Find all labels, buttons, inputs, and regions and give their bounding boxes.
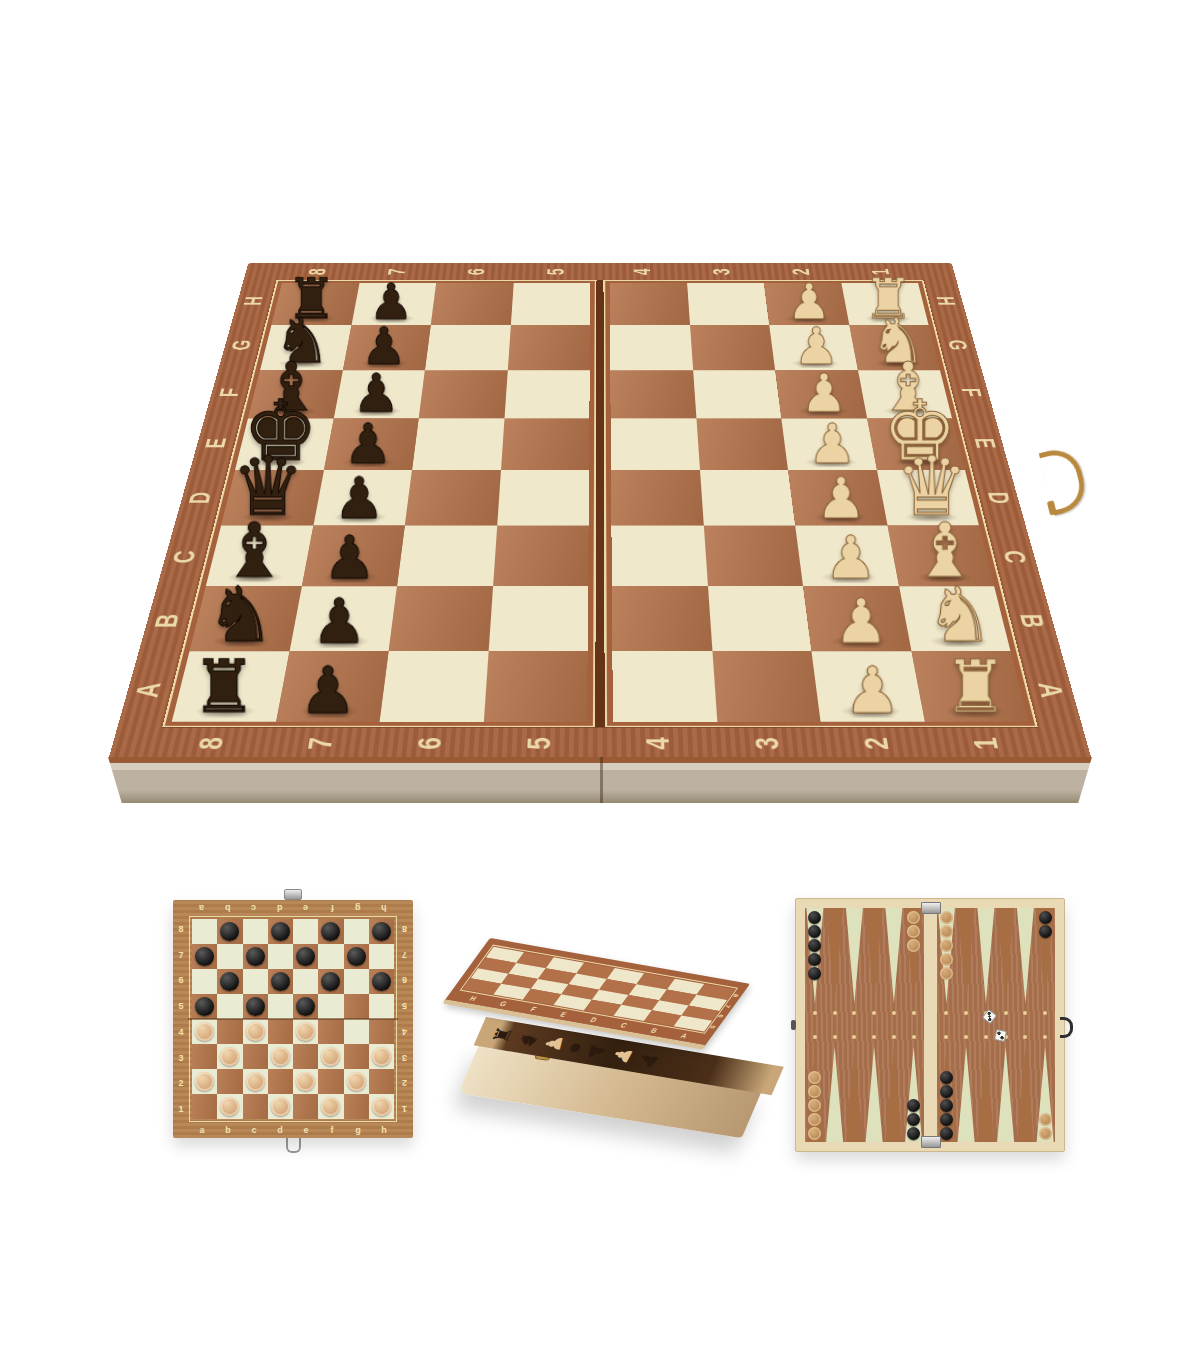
backgammon-checker-black bbox=[940, 1085, 953, 1098]
checkers-square-c8 bbox=[243, 919, 268, 944]
backgammon-checker-black bbox=[940, 1127, 953, 1140]
file-label-left-G: G bbox=[227, 340, 258, 350]
checkers-square-d8 bbox=[268, 919, 293, 944]
backgammon-stack-black-left-top-point1 bbox=[805, 910, 825, 980]
checkers-square-h2 bbox=[369, 1069, 394, 1094]
checkers-square-h5 bbox=[369, 994, 394, 1019]
loose-light-pawn: ♟ bbox=[541, 1035, 566, 1052]
checkers-square-a2 bbox=[192, 1069, 217, 1094]
lid-number-7: 7 bbox=[724, 1004, 732, 1008]
checkers-number-left-7: 7 bbox=[178, 950, 183, 960]
rank-label-bottom-5: 5 bbox=[522, 737, 559, 749]
rank-label-bottom-3: 3 bbox=[750, 737, 788, 749]
chess-piece-black-pawn-e7: ♟ bbox=[344, 417, 393, 472]
chess-piece-black-pawn-d7: ♟ bbox=[334, 470, 385, 527]
backgammon-point-left-bottom-2 bbox=[825, 1044, 845, 1142]
square-d2: ♟ bbox=[788, 470, 887, 526]
checkers-number-right-7: 7 bbox=[402, 950, 407, 960]
square-b5 bbox=[488, 586, 588, 651]
file-label-left-A: A bbox=[130, 683, 170, 698]
checkers-number-left-8: 8 bbox=[178, 924, 183, 934]
checkers-square-b8 bbox=[217, 919, 242, 944]
lid-number-5: 5 bbox=[709, 1025, 717, 1029]
square-g4 bbox=[610, 325, 693, 370]
checkers-square-b7 bbox=[217, 944, 242, 969]
loose-dark-knight: ♞ bbox=[514, 1027, 542, 1052]
checker-black-b6 bbox=[220, 972, 239, 991]
backgammon-right-half bbox=[937, 908, 1056, 1142]
checker-light-h1 bbox=[372, 1097, 391, 1116]
checkers-number-left-2: 2 bbox=[178, 1078, 183, 1088]
checkers-square-g5 bbox=[344, 994, 369, 1019]
checkers-square-g1 bbox=[344, 1094, 369, 1119]
square-a5 bbox=[483, 651, 587, 722]
chess-piece-white-rook-a1: ♜ bbox=[943, 651, 1008, 724]
backgammon-point-left-top-5 bbox=[884, 908, 904, 1006]
backgammon-stack-tan-right-top-point1 bbox=[937, 910, 957, 980]
file-label-right-C: C bbox=[996, 550, 1032, 563]
chess-playing-area: ♜♟♞♟♝♟♚♟♛♟♝♟♞♟♜♟ ♟♜♟♞♟♝♟♚♟♛♟♝♟♞♟♜ bbox=[162, 280, 1038, 727]
square-e4 bbox=[611, 418, 700, 470]
chess-piece-black-pawn-c7: ♟ bbox=[323, 528, 376, 587]
square-a7: ♟ bbox=[276, 651, 389, 722]
square-a2: ♟ bbox=[811, 651, 924, 722]
chess-piece-white-pawn-d2: ♟ bbox=[815, 470, 866, 527]
square-h6 bbox=[431, 283, 514, 325]
checkers-square-e7 bbox=[293, 944, 318, 969]
checkers-square-e1 bbox=[293, 1094, 318, 1119]
lid-letter-E: E bbox=[559, 1010, 568, 1017]
backgammon-stack-tan-right-bottom-point6 bbox=[1035, 1112, 1055, 1140]
checkers-square-f4 bbox=[318, 1019, 343, 1044]
checkers-square-g2 bbox=[344, 1069, 369, 1094]
backgammon-point-right-bottom-4 bbox=[996, 1044, 1016, 1142]
checkers-square-b3 bbox=[217, 1044, 242, 1069]
checker-light-c2 bbox=[246, 1072, 265, 1091]
metal-hinge-icon bbox=[921, 1136, 941, 1148]
square-f6 bbox=[419, 370, 508, 418]
backgammon-checker-black bbox=[907, 1113, 920, 1126]
rank-label-top-6: 6 bbox=[464, 268, 491, 275]
checkers-letter-bottom-e: e bbox=[303, 1125, 308, 1135]
checkers-square-f1 bbox=[318, 1094, 343, 1119]
backgammon-checker-tan bbox=[940, 925, 953, 938]
checkers-square-d6 bbox=[268, 969, 293, 994]
square-d5 bbox=[497, 470, 589, 526]
checkers-number-left-4: 4 bbox=[178, 1027, 183, 1037]
checkers-square-f8 bbox=[318, 919, 343, 944]
backgammon-checker-tan bbox=[940, 939, 953, 952]
backgammon-point-right-top-3 bbox=[976, 908, 996, 1006]
rank-label-bottom-2: 2 bbox=[859, 737, 898, 749]
checkers-board: abcdefgh abcdefgh 87654321 87654321 bbox=[173, 900, 413, 1138]
checker-light-h3 bbox=[372, 1047, 391, 1066]
square-e6 bbox=[412, 418, 504, 470]
page: { "page": { "background_color": "#ffffff… bbox=[0, 0, 1200, 1372]
backgammon-checker-tan bbox=[907, 939, 920, 952]
backgammon-checker-tan bbox=[808, 1085, 821, 1098]
square-b6 bbox=[389, 586, 493, 651]
checkers-letter-bottom-d: d bbox=[277, 1125, 283, 1135]
backgammon-checker-black bbox=[808, 953, 821, 966]
metal-hinge-icon bbox=[284, 889, 302, 900]
checkers-playing-area bbox=[189, 916, 397, 1122]
backgammon-point-left-top-2 bbox=[825, 908, 845, 1006]
chess-piece-white-pawn-c2: ♟ bbox=[824, 528, 877, 587]
checkers-letter-bottom-c: c bbox=[251, 1125, 256, 1135]
chess-piece-white-knight-b1: ♞ bbox=[926, 577, 994, 653]
square-h3 bbox=[687, 283, 770, 325]
checkers-letters-bottom: abcdefgh bbox=[189, 1124, 397, 1136]
checkers-square-f7 bbox=[318, 944, 343, 969]
file-label-right-G: G bbox=[942, 340, 973, 350]
lid-letter-G: G bbox=[499, 1000, 509, 1007]
backgammon-stack-black-right-bottom-point1 bbox=[937, 1070, 957, 1140]
metal-hinge-icon bbox=[921, 902, 941, 914]
checkers-square-a4 bbox=[192, 1019, 217, 1044]
checker-black-d6 bbox=[271, 972, 290, 991]
square-g5 bbox=[507, 325, 590, 370]
checkers-square-g3 bbox=[344, 1044, 369, 1069]
checker-black-e7 bbox=[296, 947, 315, 966]
checkers-square-c1 bbox=[243, 1094, 268, 1119]
checkers-square-e5 bbox=[293, 994, 318, 1019]
checkers-letter-top-e: e bbox=[303, 903, 308, 913]
die-showing-2 bbox=[994, 1029, 1007, 1042]
backgammon-checker-black bbox=[808, 939, 821, 952]
rank-label-top-3: 3 bbox=[709, 268, 736, 275]
checkers-letter-bottom-f: f bbox=[331, 1125, 334, 1135]
checkers-letter-top-h: h bbox=[381, 903, 387, 913]
checkers-number-right-8: 8 bbox=[402, 924, 407, 934]
file-label-right-E: E bbox=[967, 438, 1000, 448]
backgammon-stack-black-left-bottom-point6 bbox=[904, 1098, 924, 1140]
chess-board: 87654321 87654321 HGFEDCBA HGFEDCBA ♜♟♞♟… bbox=[108, 263, 1091, 759]
file-label-left-E: E bbox=[200, 438, 233, 448]
checker-light-e2 bbox=[296, 1072, 315, 1091]
backgammon-bar bbox=[924, 908, 937, 1142]
brass-clasp-icon bbox=[1039, 444, 1090, 515]
checkers-square-b1 bbox=[217, 1094, 242, 1119]
checker-black-b8 bbox=[220, 922, 239, 941]
backgammon-point-left-bottom-5 bbox=[884, 1044, 904, 1142]
checkers-square-a1 bbox=[192, 1094, 217, 1119]
file-label-right-A: A bbox=[1030, 683, 1070, 698]
checkers-numbers-right: 87654321 bbox=[399, 916, 411, 1122]
checkers-square-a3 bbox=[192, 1044, 217, 1069]
point-tip-dots bbox=[805, 1011, 924, 1015]
checkers-letter-bottom-h: h bbox=[381, 1125, 387, 1135]
checkers-square-d4 bbox=[268, 1019, 293, 1044]
square-c3 bbox=[703, 526, 803, 586]
square-b3 bbox=[707, 586, 811, 651]
backgammon-point-left-top-3 bbox=[845, 908, 865, 1006]
square-c2: ♟ bbox=[795, 526, 898, 586]
backgammon-point-right-top-5 bbox=[1016, 908, 1036, 1006]
square-b8: ♞ bbox=[190, 586, 302, 651]
file-label-right-B: B bbox=[1013, 614, 1051, 628]
checker-light-b1 bbox=[220, 1097, 239, 1116]
checkers-square-a8 bbox=[192, 919, 217, 944]
lid-letter-A: A bbox=[680, 1032, 690, 1039]
file-label-right-F: F bbox=[954, 388, 986, 397]
checkers-square-e8 bbox=[293, 919, 318, 944]
checkers-square-f2 bbox=[318, 1069, 343, 1094]
checker-black-d8 bbox=[271, 922, 290, 941]
backgammon-checker-tan bbox=[907, 911, 920, 924]
backgammon-point-left-bottom-3 bbox=[845, 1044, 865, 1142]
checkers-number-right-2: 2 bbox=[402, 1078, 407, 1088]
checker-light-b3 bbox=[220, 1047, 239, 1066]
backgammon-point-right-bottom-2 bbox=[956, 1044, 976, 1142]
file-label-left-H: H bbox=[240, 296, 270, 305]
checkers-number-left-6: 6 bbox=[178, 975, 183, 985]
checker-black-c7 bbox=[246, 947, 265, 966]
checkers-square-d3 bbox=[268, 1044, 293, 1069]
checkers-square-g7 bbox=[344, 944, 369, 969]
checker-black-h8 bbox=[372, 922, 391, 941]
backgammon-point-right-top-4 bbox=[996, 908, 1016, 1006]
checkers-square-h3 bbox=[369, 1044, 394, 1069]
backgammon-checker-black bbox=[907, 1099, 920, 1112]
rank-label-top-5: 5 bbox=[543, 268, 570, 275]
backgammon-checker-black bbox=[808, 925, 821, 938]
square-a1: ♜ bbox=[911, 651, 1028, 722]
checker-black-e5 bbox=[296, 997, 315, 1016]
chess-piece-black-rook-a8: ♜ bbox=[192, 651, 257, 724]
checkers-letter-top-b: b bbox=[225, 903, 231, 913]
lid-letter-D: D bbox=[589, 1016, 599, 1023]
checkers-square-c3 bbox=[243, 1044, 268, 1069]
checkers-square-a6 bbox=[192, 969, 217, 994]
checkers-square-d7 bbox=[268, 944, 293, 969]
checkers-square-g6 bbox=[344, 969, 369, 994]
metal-clasp-icon bbox=[791, 1020, 796, 1030]
checker-black-f6 bbox=[321, 972, 340, 991]
metal-clasp-icon bbox=[286, 1137, 301, 1153]
checkers-number-right-1: 1 bbox=[402, 1104, 407, 1114]
fold-seam bbox=[188, 1018, 398, 1020]
square-e5 bbox=[501, 418, 590, 470]
chess-piece-white-pawn-e2: ♟ bbox=[807, 417, 856, 472]
checkers-letter-bottom-g: g bbox=[355, 1125, 361, 1135]
checker-light-c4 bbox=[246, 1022, 265, 1041]
backgammon-point-right-top-2 bbox=[956, 908, 976, 1006]
checker-black-f8 bbox=[321, 922, 340, 941]
backgammon-checker-tan bbox=[940, 911, 953, 924]
checkers-square-d2 bbox=[268, 1069, 293, 1094]
rank-label-bottom-6: 6 bbox=[412, 737, 450, 749]
backgammon-point-right-bottom-5 bbox=[1016, 1044, 1036, 1142]
chess-piece-black-knight-b8: ♞ bbox=[206, 577, 274, 653]
checkers-number-right-4: 4 bbox=[402, 1027, 407, 1037]
checkers-square-f6 bbox=[318, 969, 343, 994]
loose-dark-pawn: ♟ bbox=[585, 1042, 610, 1059]
checker-black-g7 bbox=[347, 947, 366, 966]
checkers-letter-top-a: a bbox=[199, 903, 204, 913]
checkers-square-e4 bbox=[293, 1019, 318, 1044]
file-label-left-B: B bbox=[149, 614, 187, 628]
checkers-number-right-5: 5 bbox=[402, 1001, 407, 1011]
checkers-square-c5 bbox=[243, 994, 268, 1019]
backgammon-checker-tan bbox=[808, 1113, 821, 1126]
checkers-letters-top: abcdefgh bbox=[189, 902, 397, 914]
backgammon-checker-black bbox=[808, 967, 821, 980]
checker-light-d1 bbox=[271, 1097, 290, 1116]
file-label-right-H: H bbox=[931, 296, 961, 305]
backgammon-stack-black-right-top-point6 bbox=[1035, 910, 1055, 938]
rank-label-bottom-1: 1 bbox=[968, 737, 1008, 749]
rank-label-bottom-4: 4 bbox=[641, 737, 678, 749]
square-b1: ♞ bbox=[899, 586, 1011, 651]
backgammon-checker-black bbox=[808, 911, 821, 924]
rank-label-bottom-7: 7 bbox=[303, 737, 342, 749]
square-e2: ♟ bbox=[781, 418, 876, 470]
square-f5 bbox=[504, 370, 590, 418]
folded-box-figure: ♜♞♟●♟♟♟ HGFEDCBA 8765 bbox=[476, 924, 806, 1174]
square-e3 bbox=[696, 418, 788, 470]
chess-piece-black-pawn-a7: ♟ bbox=[299, 659, 357, 723]
checker-light-a2 bbox=[195, 1072, 214, 1091]
rank-label-top-4: 4 bbox=[630, 268, 657, 275]
checkers-letter-top-g: g bbox=[355, 903, 361, 913]
checkers-square-c2 bbox=[243, 1069, 268, 1094]
square-b2: ♟ bbox=[803, 586, 911, 651]
square-a6 bbox=[379, 651, 488, 722]
square-g6 bbox=[425, 325, 510, 370]
checkers-letter-bottom-a: a bbox=[199, 1125, 204, 1135]
checkers-letter-top-d: d bbox=[277, 903, 283, 913]
backgammon-board bbox=[795, 898, 1065, 1152]
checker-black-a7 bbox=[195, 947, 214, 966]
checker-light-e4 bbox=[296, 1022, 315, 1041]
checkers-letter-top-c: c bbox=[251, 903, 256, 913]
checkers-square-g8 bbox=[344, 919, 369, 944]
lid-letter-C: C bbox=[619, 1021, 629, 1028]
checkers-number-left-5: 5 bbox=[178, 1001, 183, 1011]
checkers-square-h1 bbox=[369, 1094, 394, 1119]
metal-clasp-icon bbox=[1060, 1017, 1073, 1038]
file-label-left-F: F bbox=[214, 388, 246, 397]
loose-light-pawn: ♟ bbox=[609, 1044, 637, 1066]
checkers-square-h6 bbox=[369, 969, 394, 994]
checkers-square-a5 bbox=[192, 994, 217, 1019]
checkers-square-c6 bbox=[243, 969, 268, 994]
checkers-square-e3 bbox=[293, 1044, 318, 1069]
checkers-letter-bottom-b: b bbox=[225, 1125, 231, 1135]
backgammon-left-half bbox=[805, 908, 924, 1142]
backgammon-checker-tan bbox=[1039, 1127, 1052, 1140]
checkers-letter-top-f: f bbox=[331, 903, 334, 913]
backgammon-point-right-bottom-3 bbox=[976, 1044, 996, 1142]
checker-light-f1 bbox=[321, 1097, 340, 1116]
backgammon-stack-tan-left-top-point6 bbox=[904, 910, 924, 952]
checker-black-c5 bbox=[246, 997, 265, 1016]
checkers-number-left-3: 3 bbox=[178, 1053, 183, 1063]
lid-letter-B: B bbox=[650, 1026, 660, 1033]
checkers-square-b2 bbox=[217, 1069, 242, 1094]
checkers-square-h7 bbox=[369, 944, 394, 969]
backgammon-point-left-bottom-4 bbox=[864, 1044, 884, 1142]
checkers-square-c7 bbox=[243, 944, 268, 969]
square-g3 bbox=[690, 325, 775, 370]
backgammon-checker-tan bbox=[808, 1071, 821, 1084]
lid-letter-F: F bbox=[529, 1005, 538, 1012]
checkers-square-e2 bbox=[293, 1069, 318, 1094]
checkers-square-f5 bbox=[318, 994, 343, 1019]
backgammon-checker-black bbox=[907, 1127, 920, 1140]
backgammon-checker-black bbox=[940, 1099, 953, 1112]
backgammon-checker-black bbox=[940, 1113, 953, 1126]
backgammon-checker-tan bbox=[1039, 1113, 1052, 1126]
backgammon-checker-tan bbox=[808, 1127, 821, 1140]
checkers-square-h4 bbox=[369, 1019, 394, 1044]
checkers-number-right-6: 6 bbox=[402, 975, 407, 985]
checker-black-a5 bbox=[195, 997, 214, 1016]
checker-black-h6 bbox=[372, 972, 391, 991]
square-h5 bbox=[510, 283, 590, 325]
square-d6 bbox=[405, 470, 501, 526]
chess-piece-white-pawn-a2: ♟ bbox=[843, 659, 901, 723]
backgammon-stack-tan-left-bottom-point1 bbox=[805, 1070, 825, 1140]
square-c4 bbox=[611, 526, 707, 586]
checkers-square-d1 bbox=[268, 1094, 293, 1119]
loose-dark-rook: ♜ bbox=[489, 1025, 516, 1045]
checkers-number-right-3: 3 bbox=[402, 1053, 407, 1063]
backgammon-checker-black bbox=[1039, 925, 1052, 938]
checkers-square-e6 bbox=[293, 969, 318, 994]
checkers-square-b4 bbox=[217, 1019, 242, 1044]
checkers-numbers-left: 87654321 bbox=[175, 916, 187, 1122]
lid-letter-H: H bbox=[469, 994, 479, 1001]
checkers-square-c4 bbox=[243, 1019, 268, 1044]
loose-dark-pawn: ♟ bbox=[634, 1047, 663, 1071]
square-d4 bbox=[611, 470, 703, 526]
square-b7: ♟ bbox=[289, 586, 397, 651]
backgammon-checker-black bbox=[1039, 911, 1052, 924]
square-c7: ♟ bbox=[301, 526, 404, 586]
loose-dark-disc: ● bbox=[567, 1040, 583, 1054]
square-f3 bbox=[693, 370, 782, 418]
backgammon-checker-tan bbox=[940, 953, 953, 966]
product-photo: 87654321 87654321 HGFEDCBA HGFEDCBA ♜♟♞♟… bbox=[0, 0, 1200, 1372]
rank-label-bottom-8: 8 bbox=[193, 737, 233, 749]
square-h4 bbox=[610, 283, 690, 325]
checkers-square-b5 bbox=[217, 994, 242, 1019]
checkers-square-b6 bbox=[217, 969, 242, 994]
square-d7: ♟ bbox=[313, 470, 412, 526]
file-label-left-C: C bbox=[167, 550, 203, 563]
chess-piece-black-pawn-b7: ♟ bbox=[312, 591, 367, 653]
checkers-square-a7 bbox=[192, 944, 217, 969]
lid-number-6: 6 bbox=[717, 1015, 725, 1019]
checker-light-f3 bbox=[321, 1047, 340, 1066]
square-e7: ♟ bbox=[324, 418, 419, 470]
backgammon-checker-tan bbox=[940, 967, 953, 980]
checker-light-g2 bbox=[347, 1072, 366, 1091]
checkers-square-f3 bbox=[318, 1044, 343, 1069]
square-c5 bbox=[493, 526, 589, 586]
checker-light-d3 bbox=[271, 1047, 290, 1066]
checkers-square-g4 bbox=[344, 1019, 369, 1044]
backgammon-checker-tan bbox=[808, 1099, 821, 1112]
file-label-left-D: D bbox=[184, 492, 219, 504]
square-c6 bbox=[397, 526, 497, 586]
board-front-edge bbox=[108, 757, 1092, 803]
checkers-number-left-1: 1 bbox=[178, 1104, 183, 1114]
lid-number-8: 8 bbox=[732, 993, 740, 997]
backgammon-checker-black bbox=[940, 1071, 953, 1084]
